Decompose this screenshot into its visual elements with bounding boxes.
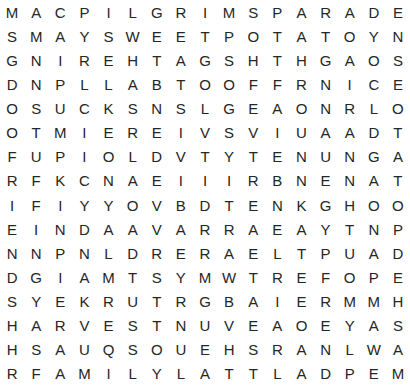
cell-r14c4[interactable]: V <box>72 314 96 338</box>
cell-r14c11[interactable]: E <box>241 314 265 338</box>
cell-r4c15[interactable]: I <box>338 72 362 96</box>
cell-r9c17[interactable]: O <box>386 193 410 217</box>
cell-r1c16[interactable]: D <box>362 0 386 24</box>
cell-r3c8[interactable]: A <box>169 48 193 72</box>
cell-r12c8[interactable]: Y <box>169 265 193 289</box>
cell-r15c14[interactable]: N <box>314 338 338 362</box>
cell-r11c14[interactable]: P <box>314 241 338 265</box>
cell-r1c12[interactable]: P <box>265 0 289 24</box>
cell-r1c8[interactable]: R <box>169 0 193 24</box>
cell-r3c3[interactable]: I <box>48 48 72 72</box>
cell-r16c15[interactable]: P <box>338 362 362 386</box>
cell-r13c3[interactable]: E <box>48 290 72 314</box>
cell-r2c13[interactable]: A <box>289 24 313 48</box>
cell-r3c14[interactable]: G <box>314 48 338 72</box>
cell-r2c2[interactable]: M <box>24 24 48 48</box>
cell-r10c11[interactable]: A <box>241 217 265 241</box>
cell-r8c16[interactable]: A <box>362 169 386 193</box>
cell-r2c1[interactable]: S <box>0 24 24 48</box>
cell-r14c8[interactable]: N <box>169 314 193 338</box>
cell-r14c13[interactable]: O <box>289 314 313 338</box>
word-search-page: MACPILGRIMSPARADESMAYSWEETPOTATOYNGNIREH… <box>0 0 410 386</box>
cell-r13c16[interactable]: M <box>362 290 386 314</box>
cell-r15c5[interactable]: Q <box>96 338 120 362</box>
cell-r2c11[interactable]: O <box>241 24 265 48</box>
cell-r8c15[interactable]: N <box>338 169 362 193</box>
cell-r11c15[interactable]: U <box>338 241 362 265</box>
cell-r9c3[interactable]: I <box>48 193 72 217</box>
cell-r10c17[interactable]: P <box>386 217 410 241</box>
cell-r4c7[interactable]: B <box>145 72 169 96</box>
cell-r16c13[interactable]: A <box>289 362 313 386</box>
cell-r6c6[interactable]: R <box>121 121 145 145</box>
cell-r4c12[interactable]: F <box>265 72 289 96</box>
cell-r3c5[interactable]: E <box>96 48 120 72</box>
cell-r13c12[interactable]: I <box>265 290 289 314</box>
cell-r10c1[interactable]: E <box>0 217 24 241</box>
cell-r11c6[interactable]: D <box>121 241 145 265</box>
cell-r6c4[interactable]: I <box>72 121 96 145</box>
cell-r3c15[interactable]: A <box>338 48 362 72</box>
cell-r16c2[interactable]: F <box>24 362 48 386</box>
cell-r9c10[interactable]: T <box>217 193 241 217</box>
cell-r4c17[interactable]: E <box>386 72 410 96</box>
cell-r12c9[interactable]: M <box>193 265 217 289</box>
cell-r10c9[interactable]: R <box>193 217 217 241</box>
cell-r7c15[interactable]: N <box>338 145 362 169</box>
cell-r11c16[interactable]: A <box>362 241 386 265</box>
cell-r14c16[interactable]: A <box>362 314 386 338</box>
cell-r9c9[interactable]: D <box>193 193 217 217</box>
cell-r9c14[interactable]: G <box>314 193 338 217</box>
cell-r8c8[interactable]: I <box>169 169 193 193</box>
cell-r3c12[interactable]: T <box>265 48 289 72</box>
cell-r7c17[interactable]: A <box>386 145 410 169</box>
cell-r5c16[interactable]: L <box>362 97 386 121</box>
cell-r13c7[interactable]: T <box>145 290 169 314</box>
cell-r12c16[interactable]: P <box>362 265 386 289</box>
cell-r3c16[interactable]: O <box>362 48 386 72</box>
cell-r4c5[interactable]: L <box>96 72 120 96</box>
cell-r14c14[interactable]: E <box>314 314 338 338</box>
cell-r15c7[interactable]: O <box>145 338 169 362</box>
cell-r11c12[interactable]: L <box>265 241 289 265</box>
cell-r8c17[interactable]: T <box>386 169 410 193</box>
cell-r4c13[interactable]: R <box>289 72 313 96</box>
cell-r14c2[interactable]: A <box>24 314 48 338</box>
cell-r16c11[interactable]: T <box>241 362 265 386</box>
cell-r3c6[interactable]: H <box>121 48 145 72</box>
cell-r2c17[interactable]: N <box>386 24 410 48</box>
cell-r13c6[interactable]: U <box>121 290 145 314</box>
cell-r15c15[interactable]: L <box>338 338 362 362</box>
cell-r5c1[interactable]: O <box>0 97 24 121</box>
cell-r5c8[interactable]: S <box>169 97 193 121</box>
cell-r2c5[interactable]: S <box>96 24 120 48</box>
cell-r10c12[interactable]: E <box>265 217 289 241</box>
cell-r9c13[interactable]: K <box>289 193 313 217</box>
cell-r5c2[interactable]: S <box>24 97 48 121</box>
cell-r6c16[interactable]: D <box>362 121 386 145</box>
cell-r6c3[interactable]: M <box>48 121 72 145</box>
cell-r1c13[interactable]: A <box>289 0 313 24</box>
cell-r12c7[interactable]: S <box>145 265 169 289</box>
cell-r6c8[interactable]: I <box>169 121 193 145</box>
cell-r6c2[interactable]: T <box>24 121 48 145</box>
cell-r8c10[interactable]: I <box>217 169 241 193</box>
cell-r7c2[interactable]: U <box>24 145 48 169</box>
cell-r4c14[interactable]: N <box>314 72 338 96</box>
cell-r2c6[interactable]: W <box>121 24 145 48</box>
cell-r13c1[interactable]: S <box>0 290 24 314</box>
cell-r8c3[interactable]: K <box>48 169 72 193</box>
cell-r3c13[interactable]: H <box>289 48 313 72</box>
cell-r6c10[interactable]: S <box>217 121 241 145</box>
cell-r11c7[interactable]: R <box>145 241 169 265</box>
cell-r5c10[interactable]: G <box>217 97 241 121</box>
cell-r2c4[interactable]: Y <box>72 24 96 48</box>
cell-r9c2[interactable]: F <box>24 193 48 217</box>
cell-r4c10[interactable]: O <box>217 72 241 96</box>
cell-r13c8[interactable]: R <box>169 290 193 314</box>
cell-r3c9[interactable]: G <box>193 48 217 72</box>
cell-r9c1[interactable]: I <box>0 193 24 217</box>
cell-r16c6[interactable]: L <box>121 362 145 386</box>
cell-r14c17[interactable]: S <box>386 314 410 338</box>
cell-r3c2[interactable]: N <box>24 48 48 72</box>
cell-r15c13[interactable]: A <box>289 338 313 362</box>
cell-r9c5[interactable]: Y <box>96 193 120 217</box>
cell-r1c2[interactable]: A <box>24 0 48 24</box>
cell-r5c14[interactable]: N <box>314 97 338 121</box>
cell-r15c6[interactable]: S <box>121 338 145 362</box>
cell-r10c4[interactable]: D <box>72 217 96 241</box>
cell-r11c8[interactable]: E <box>169 241 193 265</box>
cell-r16c10[interactable]: T <box>217 362 241 386</box>
cell-r14c15[interactable]: Y <box>338 314 362 338</box>
cell-r7c8[interactable]: V <box>169 145 193 169</box>
cell-r11c13[interactable]: T <box>289 241 313 265</box>
cell-r16c16[interactable]: E <box>362 362 386 386</box>
cell-r8c14[interactable]: E <box>314 169 338 193</box>
cell-r13c9[interactable]: G <box>193 290 217 314</box>
cell-r9c11[interactable]: E <box>241 193 265 217</box>
cell-r15c10[interactable]: H <box>217 338 241 362</box>
cell-r7c16[interactable]: G <box>362 145 386 169</box>
cell-r5c7[interactable]: N <box>145 97 169 121</box>
cell-r13c15[interactable]: M <box>338 290 362 314</box>
cell-r15c16[interactable]: W <box>362 338 386 362</box>
cell-r13c2[interactable]: Y <box>24 290 48 314</box>
cell-r1c7[interactable]: G <box>145 0 169 24</box>
cell-r12c13[interactable]: E <box>289 265 313 289</box>
cell-r7c13[interactable]: N <box>289 145 313 169</box>
cell-r7c6[interactable]: L <box>121 145 145 169</box>
cell-r2c14[interactable]: T <box>314 24 338 48</box>
cell-r6c17[interactable]: T <box>386 121 410 145</box>
cell-r12c10[interactable]: W <box>217 265 241 289</box>
cell-r11c1[interactable]: N <box>0 241 24 265</box>
cell-r6c15[interactable]: A <box>338 121 362 145</box>
cell-r11c9[interactable]: R <box>193 241 217 265</box>
cell-r13c5[interactable]: R <box>96 290 120 314</box>
cell-r8c13[interactable]: N <box>289 169 313 193</box>
cell-r2c9[interactable]: T <box>193 24 217 48</box>
cell-r7c9[interactable]: T <box>193 145 217 169</box>
cell-r11c11[interactable]: E <box>241 241 265 265</box>
cell-r1c6[interactable]: L <box>121 0 145 24</box>
cell-r14c9[interactable]: U <box>193 314 217 338</box>
cell-r13c14[interactable]: R <box>314 290 338 314</box>
cell-r4c6[interactable]: A <box>121 72 145 96</box>
cell-r11c2[interactable]: N <box>24 241 48 265</box>
cell-r8c2[interactable]: F <box>24 169 48 193</box>
cell-r8c6[interactable]: A <box>121 169 145 193</box>
cell-r7c1[interactable]: F <box>0 145 24 169</box>
cell-r6c13[interactable]: U <box>289 121 313 145</box>
cell-r7c5[interactable]: O <box>96 145 120 169</box>
cell-r9c12[interactable]: N <box>265 193 289 217</box>
cell-r14c10[interactable]: V <box>217 314 241 338</box>
cell-r14c12[interactable]: A <box>265 314 289 338</box>
cell-r11c17[interactable]: D <box>386 241 410 265</box>
cell-r4c9[interactable]: O <box>193 72 217 96</box>
cell-r16c14[interactable]: D <box>314 362 338 386</box>
cell-r10c5[interactable]: A <box>96 217 120 241</box>
cell-r9c6[interactable]: O <box>121 193 145 217</box>
cell-r15c12[interactable]: R <box>265 338 289 362</box>
cell-r5c5[interactable]: K <box>96 97 120 121</box>
cell-r16c5[interactable]: I <box>96 362 120 386</box>
cell-r16c17[interactable]: M <box>386 362 410 386</box>
cell-r5c11[interactable]: E <box>241 97 265 121</box>
cell-r7c10[interactable]: Y <box>217 145 241 169</box>
cell-r10c10[interactable]: R <box>217 217 241 241</box>
cell-r16c3[interactable]: A <box>48 362 72 386</box>
cell-r10c6[interactable]: A <box>121 217 145 241</box>
cell-r1c1[interactable]: M <box>0 0 24 24</box>
cell-r15c9[interactable]: E <box>193 338 217 362</box>
cell-r5c13[interactable]: O <box>289 97 313 121</box>
cell-r12c4[interactable]: A <box>72 265 96 289</box>
cell-r16c12[interactable]: L <box>265 362 289 386</box>
cell-r12c11[interactable]: T <box>241 265 265 289</box>
cell-r9c8[interactable]: B <box>169 193 193 217</box>
cell-r9c15[interactable]: H <box>338 193 362 217</box>
cell-r14c6[interactable]: S <box>121 314 145 338</box>
cell-r16c1[interactable]: R <box>0 362 24 386</box>
cell-r3c17[interactable]: S <box>386 48 410 72</box>
cell-r16c9[interactable]: A <box>193 362 217 386</box>
cell-r15c17[interactable]: A <box>386 338 410 362</box>
cell-r5c4[interactable]: C <box>72 97 96 121</box>
cell-r5c9[interactable]: L <box>193 97 217 121</box>
cell-r11c10[interactable]: A <box>217 241 241 265</box>
cell-r7c7[interactable]: D <box>145 145 169 169</box>
cell-r1c5[interactable]: I <box>96 0 120 24</box>
cell-r14c3[interactable]: R <box>48 314 72 338</box>
cell-r15c11[interactable]: S <box>241 338 265 362</box>
cell-r12c3[interactable]: I <box>48 265 72 289</box>
cell-r5c15[interactable]: R <box>338 97 362 121</box>
cell-r12c15[interactable]: O <box>338 265 362 289</box>
cell-r4c3[interactable]: P <box>48 72 72 96</box>
cell-r12c5[interactable]: M <box>96 265 120 289</box>
cell-r3c7[interactable]: T <box>145 48 169 72</box>
cell-r1c4[interactable]: P <box>72 0 96 24</box>
cell-r13c13[interactable]: E <box>289 290 313 314</box>
cell-r1c11[interactable]: S <box>241 0 265 24</box>
cell-r7c12[interactable]: E <box>265 145 289 169</box>
cell-r4c16[interactable]: C <box>362 72 386 96</box>
cell-r14c1[interactable]: H <box>0 314 24 338</box>
cell-r4c4[interactable]: L <box>72 72 96 96</box>
cell-r5c6[interactable]: S <box>121 97 145 121</box>
cell-r7c4[interactable]: I <box>72 145 96 169</box>
cell-r10c3[interactable]: N <box>48 217 72 241</box>
cell-r6c11[interactable]: V <box>241 121 265 145</box>
cell-r3c10[interactable]: S <box>217 48 241 72</box>
cell-r2c7[interactable]: E <box>145 24 169 48</box>
cell-r5c3[interactable]: U <box>48 97 72 121</box>
cell-r3c11[interactable]: H <box>241 48 265 72</box>
cell-r9c16[interactable]: O <box>362 193 386 217</box>
cell-r15c2[interactable]: S <box>24 338 48 362</box>
cell-r13c11[interactable]: A <box>241 290 265 314</box>
cell-r8c12[interactable]: B <box>265 169 289 193</box>
cell-r12c6[interactable]: T <box>121 265 145 289</box>
cell-r2c10[interactable]: P <box>217 24 241 48</box>
cell-r12c1[interactable]: D <box>0 265 24 289</box>
cell-r11c5[interactable]: L <box>96 241 120 265</box>
cell-r10c7[interactable]: V <box>145 217 169 241</box>
cell-r7c14[interactable]: U <box>314 145 338 169</box>
cell-r2c3[interactable]: A <box>48 24 72 48</box>
cell-r1c15[interactable]: A <box>338 0 362 24</box>
cell-r6c12[interactable]: I <box>265 121 289 145</box>
cell-r13c4[interactable]: K <box>72 290 96 314</box>
cell-r14c5[interactable]: E <box>96 314 120 338</box>
cell-r3c4[interactable]: R <box>72 48 96 72</box>
cell-r16c8[interactable]: L <box>169 362 193 386</box>
cell-r16c7[interactable]: Y <box>145 362 169 386</box>
cell-r15c3[interactable]: A <box>48 338 72 362</box>
cell-r4c8[interactable]: T <box>169 72 193 96</box>
cell-r6c7[interactable]: E <box>145 121 169 145</box>
cell-r8c1[interactable]: R <box>0 169 24 193</box>
cell-r6c9[interactable]: V <box>193 121 217 145</box>
cell-r1c9[interactable]: I <box>193 0 217 24</box>
cell-r13c17[interactable]: H <box>386 290 410 314</box>
cell-r1c17[interactable]: E <box>386 0 410 24</box>
cell-r9c4[interactable]: Y <box>72 193 96 217</box>
cell-r1c10[interactable]: M <box>217 0 241 24</box>
cell-r5c17[interactable]: O <box>386 97 410 121</box>
cell-r15c1[interactable]: H <box>0 338 24 362</box>
cell-r15c8[interactable]: U <box>169 338 193 362</box>
cell-r10c13[interactable]: A <box>289 217 313 241</box>
cell-r11c3[interactable]: P <box>48 241 72 265</box>
cell-r4c11[interactable]: F <box>241 72 265 96</box>
cell-r8c5[interactable]: N <box>96 169 120 193</box>
cell-r2c8[interactable]: E <box>169 24 193 48</box>
cell-r8c4[interactable]: C <box>72 169 96 193</box>
cell-r12c14[interactable]: F <box>314 265 338 289</box>
cell-r12c2[interactable]: G <box>24 265 48 289</box>
cell-r10c16[interactable]: N <box>362 217 386 241</box>
cell-r4c1[interactable]: D <box>0 72 24 96</box>
cell-r14c7[interactable]: T <box>145 314 169 338</box>
cell-r2c15[interactable]: O <box>338 24 362 48</box>
cell-r8c9[interactable]: I <box>193 169 217 193</box>
cell-r6c14[interactable]: A <box>314 121 338 145</box>
cell-r3c1[interactable]: G <box>0 48 24 72</box>
cell-r1c3[interactable]: C <box>48 0 72 24</box>
cell-r8c11[interactable]: R <box>241 169 265 193</box>
cell-r7c11[interactable]: T <box>241 145 265 169</box>
cell-r1c14[interactable]: R <box>314 0 338 24</box>
cell-r6c1[interactable]: O <box>0 121 24 145</box>
cell-r6c5[interactable]: E <box>96 121 120 145</box>
cell-r7c3[interactable]: P <box>48 145 72 169</box>
cell-r8c7[interactable]: E <box>145 169 169 193</box>
cell-r13c10[interactable]: B <box>217 290 241 314</box>
cell-r16c4[interactable]: M <box>72 362 96 386</box>
cell-r10c15[interactable]: T <box>338 217 362 241</box>
cell-r10c8[interactable]: A <box>169 217 193 241</box>
cell-r12c17[interactable]: E <box>386 265 410 289</box>
word-search-grid: MACPILGRIMSPARADESMAYSWEETPOTATOYNGNIREH… <box>0 0 410 386</box>
cell-r12c12[interactable]: R <box>265 265 289 289</box>
cell-r10c14[interactable]: Y <box>314 217 338 241</box>
cell-r10c2[interactable]: I <box>24 217 48 241</box>
cell-r4c2[interactable]: N <box>24 72 48 96</box>
cell-r2c16[interactable]: Y <box>362 24 386 48</box>
cell-r2c12[interactable]: T <box>265 24 289 48</box>
cell-r5c12[interactable]: A <box>265 97 289 121</box>
cell-r9c7[interactable]: V <box>145 193 169 217</box>
cell-r11c4[interactable]: N <box>72 241 96 265</box>
cell-r15c4[interactable]: U <box>72 338 96 362</box>
